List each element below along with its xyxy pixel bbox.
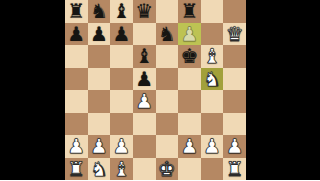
black-queen-piece[interactable]: ♛ — [135, 1, 153, 21]
square-h6[interactable] — [223, 45, 246, 68]
square-e4[interactable] — [156, 90, 179, 113]
black-knight-piece[interactable]: ♞ — [90, 1, 108, 21]
square-b6[interactable] — [88, 45, 111, 68]
square-g7[interactable] — [201, 23, 224, 46]
black-rook-piece[interactable]: ♜ — [180, 1, 198, 21]
square-f4[interactable] — [178, 90, 201, 113]
square-f3[interactable] — [178, 113, 201, 136]
black-bishop-piece[interactable]: ♝ — [135, 46, 153, 66]
white-pawn-piece[interactable]: ♟ — [135, 91, 153, 111]
white-pawn-piece[interactable]: ♟ — [226, 136, 244, 156]
square-d7[interactable] — [133, 23, 156, 46]
square-a1[interactable]: ♜ — [65, 158, 88, 181]
black-pawn-piece[interactable]: ♟ — [113, 23, 131, 43]
square-b7[interactable]: ♟ — [88, 23, 111, 46]
square-h3[interactable] — [223, 113, 246, 136]
square-c4[interactable] — [110, 90, 133, 113]
white-rook-piece[interactable]: ♜ — [67, 158, 85, 178]
square-c6[interactable] — [110, 45, 133, 68]
square-f2[interactable]: ♟ — [178, 135, 201, 158]
white-knight-piece[interactable]: ♞ — [203, 68, 221, 88]
white-pawn-piece[interactable]: ♟ — [203, 136, 221, 156]
square-c8[interactable]: ♝ — [110, 0, 133, 23]
black-king-piece[interactable]: ♚ — [180, 46, 198, 66]
white-knight-piece[interactable]: ♞ — [90, 158, 108, 178]
square-f6[interactable]: ♚ — [178, 45, 201, 68]
square-b4[interactable] — [88, 90, 111, 113]
square-g8[interactable] — [201, 0, 224, 23]
white-pawn-piece[interactable]: ♟ — [113, 136, 131, 156]
black-rook-piece[interactable]: ♜ — [67, 1, 85, 21]
square-b3[interactable] — [88, 113, 111, 136]
square-h5[interactable] — [223, 68, 246, 91]
square-g5[interactable]: ♞ — [201, 68, 224, 91]
square-h7[interactable]: ♛ — [223, 23, 246, 46]
square-b2[interactable]: ♟ — [88, 135, 111, 158]
square-c2[interactable]: ♟ — [110, 135, 133, 158]
chess-app-screen: ♜♞♝♛♜♟♟♟♞♟♛♝♚♝♟♞♟♟♟♟♟♟♟♜♞♝♚♜ — [0, 0, 320, 180]
white-bishop-piece[interactable]: ♝ — [113, 158, 131, 178]
square-c7[interactable]: ♟ — [110, 23, 133, 46]
square-d8[interactable]: ♛ — [133, 0, 156, 23]
left-letterbox — [0, 0, 65, 180]
white-rook-piece[interactable]: ♜ — [226, 158, 244, 178]
square-e7[interactable]: ♞ — [156, 23, 179, 46]
square-e3[interactable] — [156, 113, 179, 136]
square-d2[interactable] — [133, 135, 156, 158]
square-d1[interactable] — [133, 158, 156, 181]
square-d3[interactable] — [133, 113, 156, 136]
square-g6[interactable]: ♝ — [201, 45, 224, 68]
square-a4[interactable] — [65, 90, 88, 113]
square-h2[interactable]: ♟ — [223, 135, 246, 158]
black-bishop-piece[interactable]: ♝ — [113, 1, 131, 21]
white-pawn-piece[interactable]: ♟ — [180, 136, 198, 156]
square-e1[interactable]: ♚ — [156, 158, 179, 181]
square-f8[interactable]: ♜ — [178, 0, 201, 23]
ghost-piece: ♟ — [180, 23, 198, 43]
square-b8[interactable]: ♞ — [88, 0, 111, 23]
right-letterbox — [246, 0, 320, 180]
square-f5[interactable] — [178, 68, 201, 91]
square-d4[interactable]: ♟ — [133, 90, 156, 113]
square-g2[interactable]: ♟ — [201, 135, 224, 158]
square-f7[interactable]: ♟ — [178, 23, 201, 46]
square-e8[interactable] — [156, 0, 179, 23]
square-a5[interactable] — [65, 68, 88, 91]
square-c3[interactable] — [110, 113, 133, 136]
square-h4[interactable] — [223, 90, 246, 113]
square-d5[interactable]: ♟ — [133, 68, 156, 91]
square-b1[interactable]: ♞ — [88, 158, 111, 181]
black-knight-piece[interactable]: ♞ — [158, 23, 176, 43]
square-e2[interactable] — [156, 135, 179, 158]
square-c5[interactable] — [110, 68, 133, 91]
black-pawn-piece[interactable]: ♟ — [135, 68, 153, 88]
white-king-piece[interactable]: ♚ — [158, 158, 176, 178]
square-h8[interactable] — [223, 0, 246, 23]
square-a2[interactable]: ♟ — [65, 135, 88, 158]
square-a6[interactable] — [65, 45, 88, 68]
chess-board: ♜♞♝♛♜♟♟♟♞♟♛♝♚♝♟♞♟♟♟♟♟♟♟♜♞♝♚♜ — [65, 0, 246, 180]
white-queen-piece[interactable]: ♛ — [226, 23, 244, 43]
square-h1[interactable]: ♜ — [223, 158, 246, 181]
square-b5[interactable] — [88, 68, 111, 91]
white-pawn-piece[interactable]: ♟ — [90, 136, 108, 156]
square-g1[interactable] — [201, 158, 224, 181]
black-pawn-piece[interactable]: ♟ — [67, 23, 85, 43]
square-a3[interactable] — [65, 113, 88, 136]
square-d6[interactable]: ♝ — [133, 45, 156, 68]
square-f1[interactable] — [178, 158, 201, 181]
black-pawn-piece[interactable]: ♟ — [90, 23, 108, 43]
white-pawn-piece[interactable]: ♟ — [67, 136, 85, 156]
square-e6[interactable] — [156, 45, 179, 68]
square-a8[interactable]: ♜ — [65, 0, 88, 23]
square-e5[interactable] — [156, 68, 179, 91]
square-c1[interactable]: ♝ — [110, 158, 133, 181]
white-bishop-piece[interactable]: ♝ — [203, 46, 221, 66]
square-g4[interactable] — [201, 90, 224, 113]
square-g3[interactable] — [201, 113, 224, 136]
square-a7[interactable]: ♟ — [65, 23, 88, 46]
